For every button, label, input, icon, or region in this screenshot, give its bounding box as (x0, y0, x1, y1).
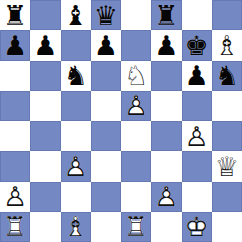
square-d5[interactable] (91, 91, 121, 121)
king-glyph-outline: ♔ (182, 212, 212, 242)
rook-glyph-outline: ♖ (0, 212, 30, 242)
piece-white-rook[interactable]: ♜♖ (0, 212, 30, 242)
square-h4[interactable] (212, 121, 242, 151)
piece-white-bishop[interactable]: ♝♗ (61, 212, 91, 242)
square-c1[interactable]: ♝♗ (61, 212, 91, 242)
bishop-glyph-outline: ♗ (61, 212, 91, 242)
square-e3[interactable] (121, 151, 151, 181)
pawn-glyph-outline: ♙ (151, 182, 181, 212)
square-d7[interactable]: ♟ (91, 30, 121, 60)
square-c7[interactable] (61, 30, 91, 60)
piece-black-king[interactable]: ♚ (182, 30, 212, 60)
square-h5[interactable] (212, 91, 242, 121)
square-f5[interactable] (151, 91, 181, 121)
square-b4[interactable] (30, 121, 60, 151)
square-e7[interactable] (121, 30, 151, 60)
square-h7[interactable]: ♝♗ (212, 30, 242, 60)
piece-white-pawn[interactable]: ♟♙ (182, 121, 212, 151)
piece-white-bishop[interactable]: ♝♗ (212, 30, 242, 60)
square-b2[interactable] (30, 182, 60, 212)
square-f6[interactable] (151, 61, 181, 91)
square-b5[interactable] (30, 91, 60, 121)
square-c6[interactable]: ♞ (61, 61, 91, 91)
square-f4[interactable] (151, 121, 181, 151)
piece-black-knight[interactable]: ♞ (212, 61, 242, 91)
square-b7[interactable]: ♟ (30, 30, 60, 60)
square-e5[interactable]: ♟♙ (121, 91, 151, 121)
square-c2[interactable] (61, 182, 91, 212)
piece-white-pawn[interactable]: ♟♙ (151, 182, 181, 212)
square-b6[interactable] (30, 61, 60, 91)
square-h1[interactable] (212, 212, 242, 242)
square-h3[interactable]: ♛♕ (212, 151, 242, 181)
square-f8[interactable]: ♜ (151, 0, 181, 30)
square-a3[interactable] (0, 151, 30, 181)
pawn-glyph-outline: ♙ (182, 121, 212, 151)
square-e4[interactable] (121, 121, 151, 151)
piece-black-pawn[interactable]: ♟ (151, 30, 181, 60)
rook-glyph-outline: ♖ (121, 212, 151, 242)
square-g7[interactable]: ♚ (182, 30, 212, 60)
piece-white-pawn[interactable]: ♟♙ (61, 151, 91, 181)
square-a5[interactable] (0, 91, 30, 121)
square-d2[interactable] (91, 182, 121, 212)
square-d6[interactable] (91, 61, 121, 91)
square-c4[interactable] (61, 121, 91, 151)
square-g2[interactable] (182, 182, 212, 212)
square-c5[interactable] (61, 91, 91, 121)
pawn-glyph-outline: ♙ (121, 91, 151, 121)
square-g4[interactable]: ♟♙ (182, 121, 212, 151)
square-e6[interactable]: ♞♘ (121, 61, 151, 91)
square-g6[interactable]: ♟ (182, 61, 212, 91)
bishop-glyph-outline: ♗ (212, 30, 242, 60)
piece-black-rook[interactable]: ♜ (151, 0, 181, 30)
piece-black-knight[interactable]: ♞ (61, 61, 91, 91)
chess-board: ♜♝♛♜♟♟♟♟♚♝♗♞♞♘♟♞♟♙♟♙♟♙♛♕♟♙♟♙♜♖♝♗♜♖♚♔ (0, 0, 242, 242)
piece-white-queen[interactable]: ♛♕ (212, 151, 242, 181)
square-a8[interactable]: ♜ (0, 0, 30, 30)
piece-black-bishop[interactable]: ♝ (61, 0, 91, 30)
square-h2[interactable] (212, 182, 242, 212)
square-a7[interactable]: ♟ (0, 30, 30, 60)
pawn-glyph-outline: ♙ (61, 151, 91, 181)
piece-black-pawn[interactable]: ♟ (91, 30, 121, 60)
square-h6[interactable]: ♞ (212, 61, 242, 91)
queen-glyph-outline: ♕ (212, 151, 242, 181)
piece-white-knight[interactable]: ♞♘ (121, 61, 151, 91)
square-c8[interactable]: ♝ (61, 0, 91, 30)
piece-white-pawn[interactable]: ♟♙ (121, 91, 151, 121)
square-f2[interactable]: ♟♙ (151, 182, 181, 212)
square-d3[interactable] (91, 151, 121, 181)
piece-black-pawn[interactable]: ♟ (0, 30, 30, 60)
square-a6[interactable] (0, 61, 30, 91)
square-b8[interactable] (30, 0, 60, 30)
square-b1[interactable] (30, 212, 60, 242)
piece-black-pawn[interactable]: ♟ (182, 61, 212, 91)
piece-black-pawn[interactable]: ♟ (30, 30, 60, 60)
square-d1[interactable] (91, 212, 121, 242)
square-g5[interactable] (182, 91, 212, 121)
square-g8[interactable] (182, 0, 212, 30)
square-a4[interactable] (0, 121, 30, 151)
square-c3[interactable]: ♟♙ (61, 151, 91, 181)
square-a2[interactable]: ♟♙ (0, 182, 30, 212)
square-g3[interactable] (182, 151, 212, 181)
piece-black-rook[interactable]: ♜ (0, 0, 30, 30)
piece-white-rook[interactable]: ♜♖ (121, 212, 151, 242)
square-b3[interactable] (30, 151, 60, 181)
knight-glyph-outline: ♘ (121, 61, 151, 91)
piece-black-queen[interactable]: ♛ (91, 0, 121, 30)
pawn-glyph-outline: ♙ (0, 182, 30, 212)
square-e2[interactable] (121, 182, 151, 212)
square-d4[interactable] (91, 121, 121, 151)
square-f3[interactable] (151, 151, 181, 181)
square-e1[interactable]: ♜♖ (121, 212, 151, 242)
square-g1[interactable]: ♚♔ (182, 212, 212, 242)
square-f7[interactable]: ♟ (151, 30, 181, 60)
piece-white-pawn[interactable]: ♟♙ (0, 182, 30, 212)
square-a1[interactable]: ♜♖ (0, 212, 30, 242)
square-f1[interactable] (151, 212, 181, 242)
piece-white-king[interactable]: ♚♔ (182, 212, 212, 242)
square-e8[interactable] (121, 0, 151, 30)
square-h8[interactable] (212, 0, 242, 30)
square-d8[interactable]: ♛ (91, 0, 121, 30)
